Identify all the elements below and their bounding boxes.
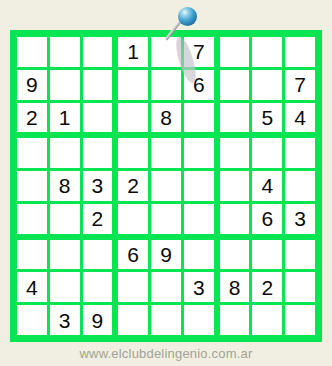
cell-r1c7[interactable] [220, 37, 250, 67]
cell-r8c8[interactable]: 2 [252, 272, 282, 302]
pushpin-ball-icon [178, 7, 197, 26]
cell-r6c6[interactable] [184, 204, 214, 234]
cell-r5c5[interactable] [151, 171, 181, 201]
sudoku-box-6: 463 [220, 138, 315, 233]
cell-r9c2[interactable]: 3 [50, 305, 80, 335]
cell-r5c8[interactable]: 4 [252, 171, 282, 201]
sudoku-box-8: 693 [118, 240, 213, 335]
sudoku-box-1: 921 [17, 37, 112, 132]
sudoku-box-7: 439 [17, 240, 112, 335]
cell-r7c1[interactable] [17, 240, 47, 270]
cell-r1c9[interactable] [285, 37, 315, 67]
cell-r2c7[interactable] [220, 70, 250, 100]
cell-r6c1[interactable] [17, 204, 47, 234]
cell-r3c2[interactable]: 1 [50, 103, 80, 133]
cell-r2c3[interactable] [83, 70, 113, 100]
cell-r9c7[interactable] [220, 305, 250, 335]
sudoku-box-4: 832 [17, 138, 112, 233]
cell-r2c8[interactable] [252, 70, 282, 100]
cell-r4c2[interactable] [50, 138, 80, 168]
cell-r8c6[interactable]: 3 [184, 272, 214, 302]
cell-r4c4[interactable] [118, 138, 148, 168]
cell-r5c1[interactable] [17, 171, 47, 201]
cell-r7c4[interactable]: 6 [118, 240, 148, 270]
cell-r1c1[interactable] [17, 37, 47, 67]
cell-r9c3[interactable]: 9 [83, 305, 113, 335]
cell-r9c4[interactable] [118, 305, 148, 335]
watermark: www.elclubdelingenio.com.ar [0, 346, 332, 361]
cell-r2c1[interactable]: 9 [17, 70, 47, 100]
cell-r9c5[interactable] [151, 305, 181, 335]
cell-r3c5[interactable]: 8 [151, 103, 181, 133]
cell-r1c4[interactable]: 1 [118, 37, 148, 67]
cell-r4c3[interactable] [83, 138, 113, 168]
cell-r8c7[interactable]: 8 [220, 272, 250, 302]
cell-r5c6[interactable] [184, 171, 214, 201]
cell-r6c9[interactable]: 3 [285, 204, 315, 234]
cell-r5c4[interactable]: 2 [118, 171, 148, 201]
cell-r5c7[interactable] [220, 171, 250, 201]
cell-r4c8[interactable] [252, 138, 282, 168]
cell-r4c6[interactable] [184, 138, 214, 168]
cell-r8c5[interactable] [151, 272, 181, 302]
cell-r4c5[interactable] [151, 138, 181, 168]
cell-r8c9[interactable] [285, 272, 315, 302]
cell-r3c4[interactable] [118, 103, 148, 133]
cell-r7c3[interactable] [83, 240, 113, 270]
cell-r4c1[interactable] [17, 138, 47, 168]
sudoku-box-2: 1768 [118, 37, 213, 132]
cell-r6c3[interactable]: 2 [83, 204, 113, 234]
cell-r8c2[interactable] [50, 272, 80, 302]
cell-r7c9[interactable] [285, 240, 315, 270]
sudoku-board: 9211768754832246343969382 [10, 30, 322, 342]
sudoku-box-3: 754 [220, 37, 315, 132]
cell-r5c2[interactable]: 8 [50, 171, 80, 201]
cell-r2c9[interactable]: 7 [285, 70, 315, 100]
cell-r3c1[interactable]: 2 [17, 103, 47, 133]
cell-r6c4[interactable] [118, 204, 148, 234]
cell-r7c2[interactable] [50, 240, 80, 270]
cell-r7c8[interactable] [252, 240, 282, 270]
sudoku-box-9: 82 [220, 240, 315, 335]
cell-r6c2[interactable] [50, 204, 80, 234]
cell-r9c8[interactable] [252, 305, 282, 335]
cell-r4c7[interactable] [220, 138, 250, 168]
cell-r2c5[interactable] [151, 70, 181, 100]
cell-r4c9[interactable] [285, 138, 315, 168]
cell-r2c2[interactable] [50, 70, 80, 100]
cell-r6c5[interactable] [151, 204, 181, 234]
cell-r9c9[interactable] [285, 305, 315, 335]
cell-r2c4[interactable] [118, 70, 148, 100]
cell-r6c8[interactable]: 6 [252, 204, 282, 234]
cell-r3c7[interactable] [220, 103, 250, 133]
cell-r3c6[interactable] [184, 103, 214, 133]
sudoku-box-5: 2 [118, 138, 213, 233]
cell-r7c7[interactable] [220, 240, 250, 270]
cell-r3c3[interactable] [83, 103, 113, 133]
cell-r7c5[interactable]: 9 [151, 240, 181, 270]
cell-r8c1[interactable]: 4 [17, 272, 47, 302]
cell-r1c2[interactable] [50, 37, 80, 67]
cell-r3c9[interactable]: 4 [285, 103, 315, 133]
cell-r7c6[interactable] [184, 240, 214, 270]
cell-r1c8[interactable] [252, 37, 282, 67]
cell-r8c4[interactable] [118, 272, 148, 302]
cell-r9c6[interactable] [184, 305, 214, 335]
cell-r5c3[interactable]: 3 [83, 171, 113, 201]
cell-r8c3[interactable] [83, 272, 113, 302]
cell-r9c1[interactable] [17, 305, 47, 335]
cell-r3c8[interactable]: 5 [252, 103, 282, 133]
cell-r6c7[interactable] [220, 204, 250, 234]
cell-r1c3[interactable] [83, 37, 113, 67]
cell-r5c9[interactable] [285, 171, 315, 201]
